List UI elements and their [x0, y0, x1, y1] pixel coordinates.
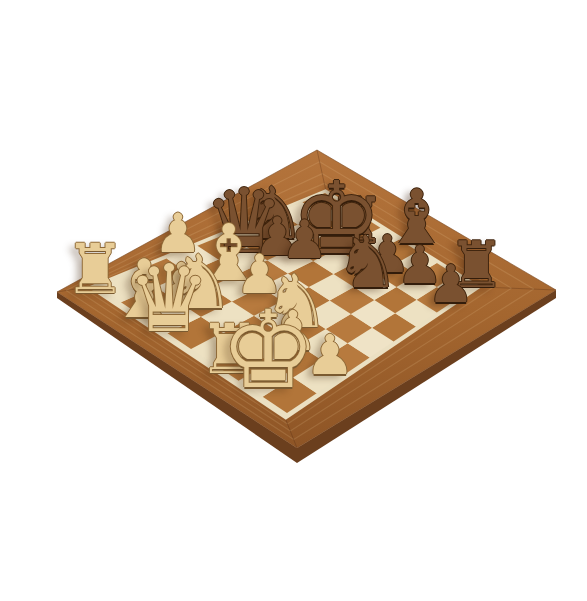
white-pawn-e3: ♟ [235, 248, 283, 302]
white-pawn-g2: ♟ [157, 256, 206, 311]
black-pawn-g5: ♟ [253, 209, 301, 262]
white-pawn-b2: ♟ [268, 304, 317, 359]
white-bishop-g1: ♝ [108, 250, 180, 330]
black-pawn-c7: ♟ [364, 228, 411, 280]
white-king-b1: ♚ [220, 298, 316, 405]
black-pawn-f6: ♟ [281, 212, 329, 265]
black-bishop-d8: ♝ [383, 180, 450, 255]
pieces-layer: ♞♝♜♛♚♟♟♟♟♝♟♞♜♜♟♟♟♞♝♞♛♟♜♟♚ [0, 0, 587, 601]
black-knight-c6: ♞ [335, 226, 400, 298]
white-pawn-h3: ♟ [154, 207, 202, 261]
black-queen-h5: ♛ [204, 176, 284, 265]
white-rook-c1: ♜ [199, 314, 261, 383]
white-bishop-f3: ♝ [194, 214, 264, 292]
white-pawn-a2: ♟ [305, 328, 354, 383]
white-knight-c3: ♞ [263, 263, 329, 337]
black-rook-f8: ♜ [328, 189, 385, 253]
black-rook-a8: ♜ [448, 233, 505, 297]
white-rook-h1: ♜ [64, 235, 126, 304]
chess-set-photo: ♞♝♜♛♚♟♟♟♟♝♟♞♜♜♟♟♟♞♝♞♛♟♜♟♚ [0, 0, 587, 601]
black-pawn-a7: ♟ [427, 258, 474, 310]
black-pawn-b7: ♟ [397, 239, 444, 291]
white-queen-f1: ♛ [127, 253, 210, 346]
black-knight-h6: ♞ [242, 177, 307, 249]
white-knight-f2: ♞ [167, 245, 234, 320]
black-king-f7: ♚ [292, 169, 382, 269]
